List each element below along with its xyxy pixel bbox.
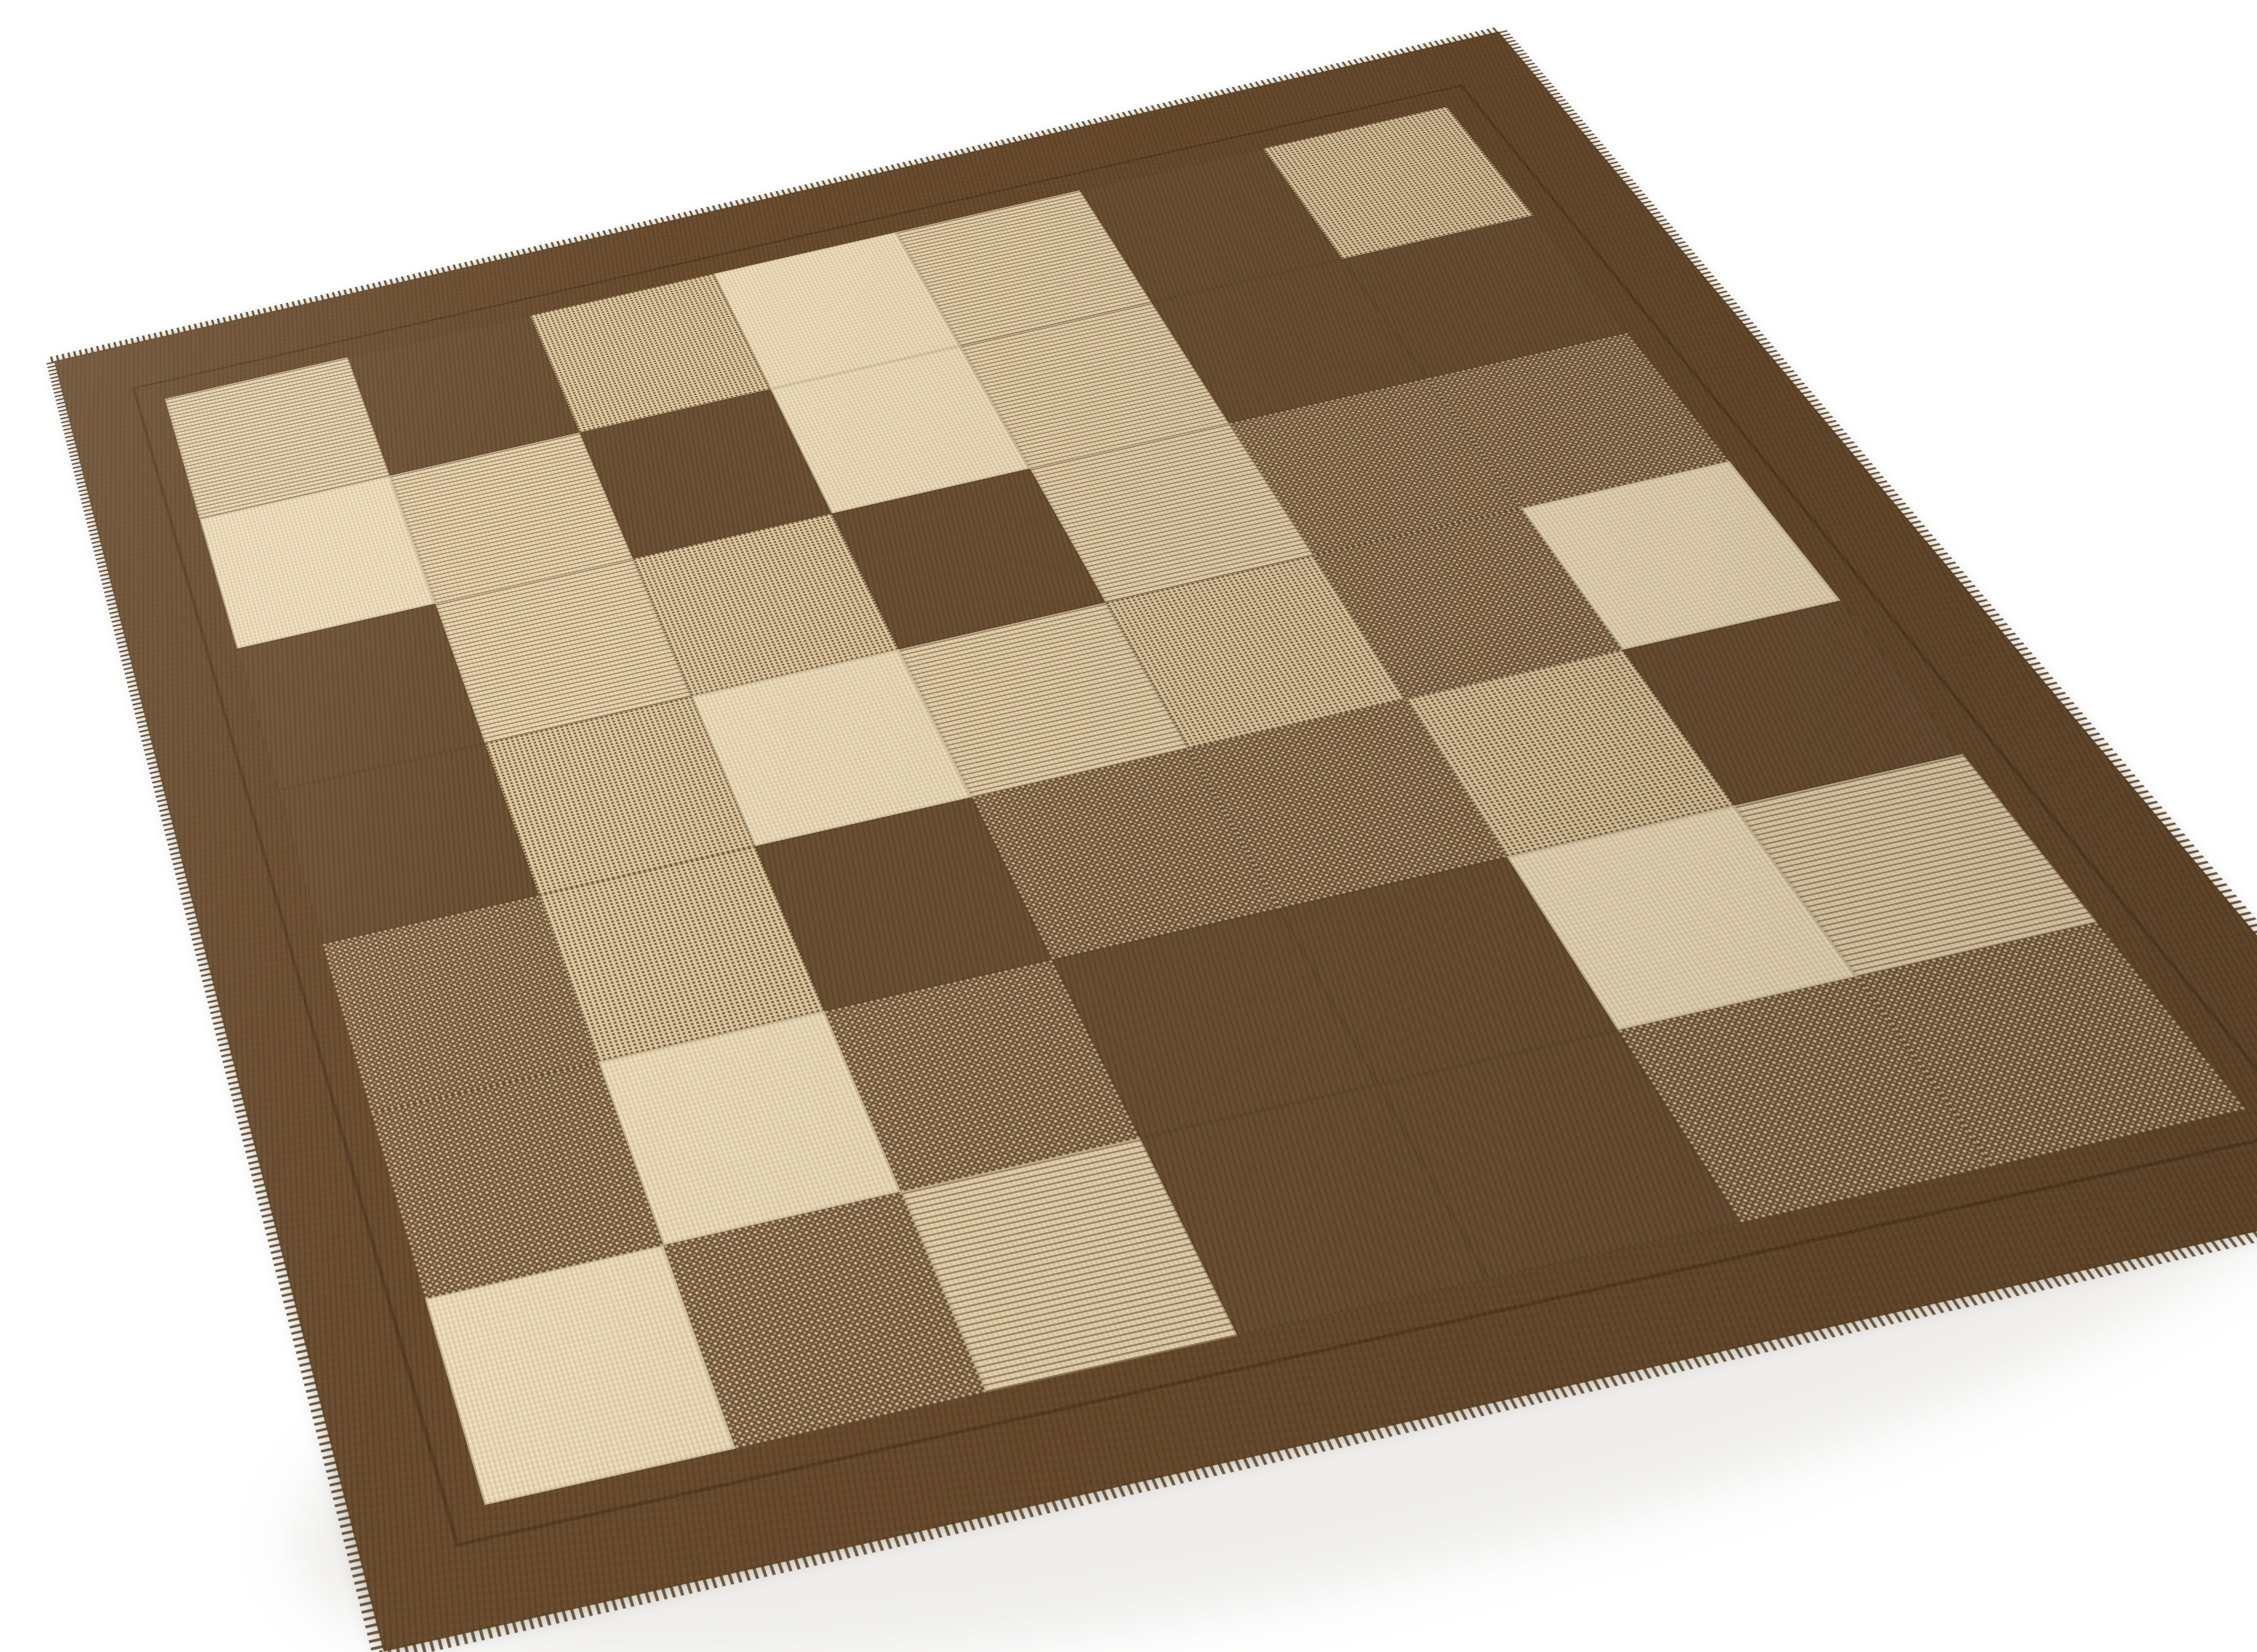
photo-background: [0, 0, 2257, 1652]
